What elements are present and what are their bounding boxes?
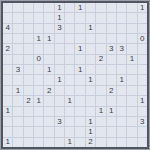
grid-cell-empty[interactable] [24, 3, 33, 12]
grid-cell-empty[interactable] [107, 138, 116, 147]
grid-cell-empty[interactable] [96, 44, 105, 53]
grid-cell-empty[interactable] [75, 117, 84, 126]
grid-cell-empty[interactable] [34, 44, 43, 53]
grid-cell-clue[interactable]: 1 [75, 44, 84, 53]
grid-cell-empty[interactable] [65, 44, 74, 53]
grid-cell-empty[interactable] [65, 86, 74, 95]
grid-cell-empty[interactable] [55, 86, 64, 95]
grid-cell-clue[interactable]: 3 [55, 24, 64, 33]
grid-cell-empty[interactable] [24, 65, 33, 74]
grid-cell-empty[interactable] [75, 55, 84, 64]
grid-cell-empty[interactable] [86, 96, 95, 105]
grid-cell-empty[interactable] [65, 24, 74, 33]
grid-cell-empty[interactable] [86, 3, 95, 12]
grid-cell-empty[interactable] [3, 117, 12, 126]
grid-cell-empty[interactable] [24, 75, 33, 84]
grid-cell-empty[interactable] [86, 55, 95, 64]
grid-cell-empty[interactable] [55, 96, 64, 105]
grid-cell-empty[interactable] [107, 117, 116, 126]
grid-cell-empty[interactable] [55, 127, 64, 136]
grid-cell-empty[interactable] [44, 96, 53, 105]
grid-cell-empty[interactable] [107, 3, 116, 12]
grid-cell-empty[interactable] [34, 75, 43, 84]
grid-cell-empty[interactable] [127, 127, 136, 136]
grid-cell-empty[interactable] [138, 138, 147, 147]
grid-cell-empty[interactable] [86, 86, 95, 95]
grid-cell-empty[interactable] [34, 13, 43, 22]
grid-cell-empty[interactable] [117, 127, 126, 136]
grid-cell-empty[interactable] [13, 24, 22, 33]
grid-cell-empty[interactable] [138, 55, 147, 64]
grid-cell-empty[interactable] [75, 138, 84, 147]
grid-cell-empty[interactable] [13, 96, 22, 105]
grid-cell-empty[interactable] [117, 107, 126, 116]
grid-cell-empty[interactable] [138, 107, 147, 116]
grid-cell-empty[interactable] [24, 34, 33, 43]
grid-cell-clue[interactable]: 3 [55, 117, 64, 126]
grid-cell-empty[interactable] [13, 55, 22, 64]
grid-cell-clue[interactable]: 1 [3, 138, 12, 147]
grid-cell-empty[interactable] [117, 65, 126, 74]
grid-cell-empty[interactable] [96, 96, 105, 105]
grid-cell-empty[interactable] [96, 34, 105, 43]
grid-cell-empty[interactable] [34, 65, 43, 74]
grid-cell-clue[interactable]: 3 [13, 65, 22, 74]
grid-cell-empty[interactable] [138, 44, 147, 53]
grid-cell-empty[interactable] [107, 65, 116, 74]
grid-cell-clue[interactable]: 1 [86, 117, 95, 126]
grid-cell-empty[interactable] [117, 13, 126, 22]
grid-cell-empty[interactable] [86, 65, 95, 74]
grid-cell-empty[interactable] [127, 13, 136, 22]
grid-cell-empty[interactable] [96, 3, 105, 12]
grid-cell-empty[interactable] [86, 107, 95, 116]
grid-cell-empty[interactable] [75, 75, 84, 84]
grid-cell-empty[interactable] [13, 117, 22, 126]
grid-cell-empty[interactable] [117, 34, 126, 43]
grid-cell-clue[interactable]: 1 [55, 13, 64, 22]
grid-cell-empty[interactable] [96, 24, 105, 33]
grid-cell-empty[interactable] [34, 3, 43, 12]
grid-cell-empty[interactable] [75, 34, 84, 43]
grid-cell-empty[interactable] [3, 127, 12, 136]
grid-cell-clue[interactable]: 3 [138, 117, 147, 126]
grid-cell-empty[interactable] [55, 55, 64, 64]
grid-cell-empty[interactable] [44, 13, 53, 22]
grid-cell-empty[interactable] [3, 96, 12, 105]
grid-cell-empty[interactable] [96, 65, 105, 74]
grid-cell-empty[interactable] [34, 24, 43, 33]
grid-cell-empty[interactable] [13, 75, 22, 84]
grid-cell-empty[interactable] [44, 138, 53, 147]
grid-cell-empty[interactable] [13, 107, 22, 116]
grid-cell-empty[interactable] [96, 75, 105, 84]
grid-cell-empty[interactable] [24, 86, 33, 95]
grid-cell-clue[interactable]: 2 [96, 55, 105, 64]
grid-cell-clue[interactable]: 2 [86, 138, 95, 147]
grid-cell-empty[interactable] [127, 65, 136, 74]
grid-cell-empty[interactable] [96, 117, 105, 126]
grid-cell-empty[interactable] [65, 13, 74, 22]
grid-cell-empty[interactable] [96, 13, 105, 22]
grid-cell-empty[interactable] [34, 107, 43, 116]
grid-cell-empty[interactable] [55, 65, 64, 74]
grid-cell-clue[interactable]: 2 [24, 96, 33, 105]
grid-cell-empty[interactable] [75, 96, 84, 105]
grid-cell-empty[interactable] [107, 55, 116, 64]
grid-cell-clue[interactable]: 3 [117, 44, 126, 53]
grid-cell-empty[interactable] [75, 13, 84, 22]
grid-cell-empty[interactable] [65, 117, 74, 126]
grid-cell-clue[interactable]: 0 [138, 34, 147, 43]
grid-cell-empty[interactable] [13, 127, 22, 136]
grid-cell-empty[interactable] [138, 127, 147, 136]
grid-cell-empty[interactable] [44, 24, 53, 33]
grid-cell-clue[interactable]: 1 [127, 55, 136, 64]
grid-cell-empty[interactable] [3, 3, 12, 12]
grid-cell-empty[interactable] [13, 34, 22, 43]
grid-cell-empty[interactable] [127, 117, 136, 126]
grid-cell-empty[interactable] [65, 75, 74, 84]
grid-cell-empty[interactable] [34, 86, 43, 95]
grid-cell-empty[interactable] [117, 138, 126, 147]
grid-cell-empty[interactable] [24, 55, 33, 64]
grid-cell-empty[interactable] [96, 138, 105, 147]
grid-cell-empty[interactable] [55, 138, 64, 147]
grid-cell-empty[interactable] [107, 34, 116, 43]
grid-cell-empty[interactable] [55, 107, 64, 116]
grid-cell-empty[interactable] [127, 75, 136, 84]
grid-cell-clue[interactable]: 1 [75, 3, 84, 12]
grid-cell-clue[interactable]: 1 [65, 96, 74, 105]
grid-cell-empty[interactable] [44, 55, 53, 64]
grid-cell-empty[interactable] [107, 24, 116, 33]
grid-cell-empty[interactable] [127, 138, 136, 147]
grid-cell-clue[interactable]: 1 [44, 65, 53, 74]
grid-cell-clue[interactable]: 2 [107, 86, 116, 95]
grid-cell-empty[interactable] [117, 117, 126, 126]
grid-cell-empty[interactable] [138, 24, 147, 33]
grid-cell-empty[interactable] [127, 107, 136, 116]
grid-cell-clue[interactable]: 1 [44, 34, 53, 43]
grid-cell-empty[interactable] [13, 13, 22, 22]
grid-cell-empty[interactable] [86, 13, 95, 22]
grid-cell-empty[interactable] [13, 138, 22, 147]
grid-cell-empty[interactable] [107, 13, 116, 22]
grid-cell-empty[interactable] [55, 44, 64, 53]
grid-cell-empty[interactable] [75, 86, 84, 95]
grid-cell-empty[interactable] [138, 65, 147, 74]
grid-cell-empty[interactable] [65, 127, 74, 136]
grid-cell-empty[interactable] [127, 44, 136, 53]
grid-cell-empty[interactable] [13, 3, 22, 12]
grid-cell-clue[interactable]: 1 [117, 75, 126, 84]
grid-cell-clue[interactable]: 2 [44, 86, 53, 95]
grid-cell-empty[interactable] [117, 24, 126, 33]
grid-cell-empty[interactable] [86, 34, 95, 43]
grid-cell-empty[interactable] [117, 96, 126, 105]
grid-cell-clue[interactable]: 1 [55, 75, 64, 84]
grid-cell-empty[interactable] [65, 65, 74, 74]
grid-cell-empty[interactable] [117, 55, 126, 64]
grid-cell-empty[interactable] [44, 117, 53, 126]
grid-cell-empty[interactable] [117, 86, 126, 95]
grid-cell-clue[interactable]: 3 [107, 44, 116, 53]
grid-cell-empty[interactable] [55, 34, 64, 43]
grid-cell-empty[interactable] [96, 86, 105, 95]
grid-cell-empty[interactable] [107, 75, 116, 84]
grid-cell-empty[interactable] [107, 127, 116, 136]
grid-cell-clue[interactable]: 1 [34, 34, 43, 43]
grid-cell-clue[interactable]: 1 [86, 24, 95, 33]
grid-cell-empty[interactable] [24, 117, 33, 126]
grid-cell-empty[interactable] [3, 55, 12, 64]
grid-cell-clue[interactable]: 1 [138, 96, 147, 105]
grid-cell-clue[interactable]: 0 [34, 55, 43, 64]
grid-cell-empty[interactable] [34, 117, 43, 126]
grid-cell-clue[interactable]: 1 [86, 75, 95, 84]
grid-cell-clue[interactable]: 1 [138, 3, 147, 12]
grid-cell-clue[interactable]: 1 [107, 107, 116, 116]
grid-cell-empty[interactable] [3, 86, 12, 95]
grid-cell-empty[interactable] [44, 44, 53, 53]
grid-cell-clue[interactable]: 1 [3, 107, 12, 116]
grid-cell-empty[interactable] [127, 86, 136, 95]
grid-cell-empty[interactable] [13, 44, 22, 53]
grid-cell-empty[interactable] [24, 44, 33, 53]
grid-cell-empty[interactable] [96, 127, 105, 136]
grid-cell-empty[interactable] [127, 24, 136, 33]
grid-cell-empty[interactable] [75, 127, 84, 136]
grid-cell-empty[interactable] [75, 107, 84, 116]
grid-cell-empty[interactable] [3, 75, 12, 84]
grid-cell-empty[interactable] [117, 3, 126, 12]
grid-cell-clue[interactable]: 1 [34, 96, 43, 105]
grid-cell-empty[interactable] [65, 3, 74, 12]
grid-cell-clue[interactable]: 1 [96, 107, 105, 116]
grid-cell-clue[interactable]: 1 [13, 86, 22, 95]
grid-cell-clue[interactable]: 1 [75, 65, 84, 74]
grid-cell-empty[interactable] [44, 3, 53, 12]
grid-cell-clue[interactable]: 4 [3, 24, 12, 33]
grid-cell-empty[interactable] [65, 55, 74, 64]
grid-cell-empty[interactable] [24, 13, 33, 22]
grid-cell-clue[interactable]: 2 [3, 44, 12, 53]
grid-cell-empty[interactable] [138, 86, 147, 95]
grid-cell-empty[interactable] [138, 13, 147, 22]
grid-cell-empty[interactable] [44, 127, 53, 136]
grid-cell-empty[interactable] [127, 96, 136, 105]
grid-cell-empty[interactable] [107, 96, 116, 105]
grid-cell-empty[interactable] [127, 3, 136, 12]
grid-cell-empty[interactable] [3, 34, 12, 43]
grid-cell-empty[interactable] [24, 107, 33, 116]
grid-cell-empty[interactable] [34, 138, 43, 147]
grid-cell-empty[interactable] [34, 127, 43, 136]
puzzle-grid: 1111431110213302131111112221111113131112 [3, 3, 147, 147]
grid-cell-empty[interactable] [24, 138, 33, 147]
grid-cell-empty[interactable] [3, 13, 12, 22]
grid-cell-empty[interactable] [75, 24, 84, 33]
grid-cell-clue[interactable]: 1 [86, 127, 95, 136]
grid-cell-empty[interactable] [86, 44, 95, 53]
grid-cell-clue[interactable]: 1 [65, 138, 74, 147]
grid-cell-empty[interactable] [44, 107, 53, 116]
grid-cell-empty[interactable] [138, 75, 147, 84]
grid-cell-empty[interactable] [24, 127, 33, 136]
grid-cell-clue[interactable]: 1 [55, 3, 64, 12]
grid-cell-empty[interactable] [65, 107, 74, 116]
puzzle-board-frame: 1111431110213302131111112221111113131112 [0, 0, 150, 150]
grid-cell-empty[interactable] [3, 65, 12, 74]
grid-cell-empty[interactable] [65, 34, 74, 43]
grid-cell-empty[interactable] [44, 75, 53, 84]
grid-cell-empty[interactable] [127, 34, 136, 43]
grid-cell-empty[interactable] [24, 24, 33, 33]
